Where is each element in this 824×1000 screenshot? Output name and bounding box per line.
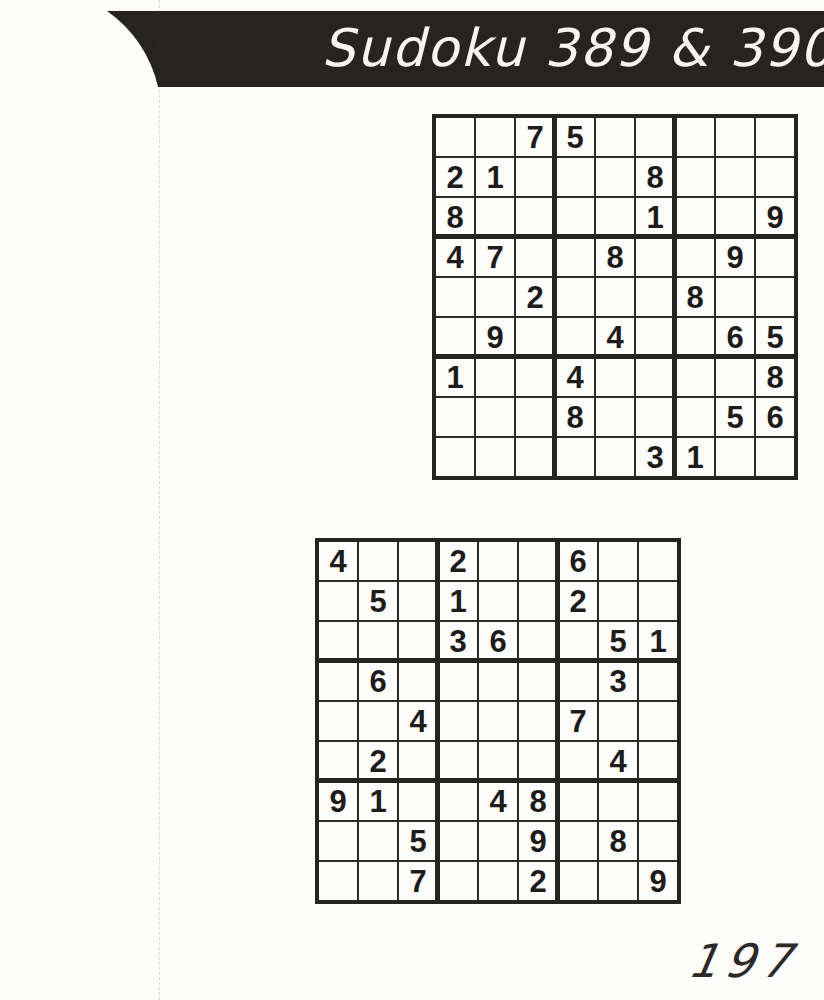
cell-r7c1[interactable]: 9 [319, 782, 357, 820]
cell-r7c2[interactable]: 1 [359, 782, 397, 820]
cell-r5c9[interactable] [639, 702, 677, 740]
cell-r2c8[interactable] [599, 582, 637, 620]
cell-r2c1[interactable]: 2 [436, 158, 474, 196]
cell-r9c2[interactable] [476, 438, 514, 476]
page-number: 197 [684, 934, 802, 988]
cell-r5c8[interactable] [716, 278, 754, 316]
cell-r4c8[interactable]: 3 [599, 662, 637, 700]
cell-r9c6[interactable]: 3 [636, 438, 674, 476]
cell-r3c9[interactable]: 9 [756, 198, 794, 236]
cell-r2c7[interactable]: 2 [559, 582, 597, 620]
cell-r6c8[interactable]: 4 [599, 742, 637, 780]
cell-r6c9[interactable] [639, 742, 677, 780]
header-banner: Sudoku 389 & 390 [0, 0, 824, 100]
cell-r8c6[interactable]: 9 [519, 822, 557, 860]
cell-r9c9[interactable] [756, 438, 794, 476]
cell-r7c5[interactable]: 4 [479, 782, 517, 820]
cell-r7c4[interactable] [439, 782, 477, 820]
cell-r1c6[interactable] [636, 118, 674, 156]
cell-r4c7[interactable] [559, 662, 597, 700]
cell-r5c3[interactable]: 2 [516, 278, 554, 316]
cell-r4c3[interactable] [399, 662, 437, 700]
cell-r4c1[interactable]: 4 [436, 238, 474, 276]
cell-r7c7[interactable] [676, 358, 714, 396]
cell-r7c1[interactable]: 1 [436, 358, 474, 396]
cell-r4c1[interactable] [319, 662, 357, 700]
cell-r9c7[interactable] [559, 862, 597, 900]
cell-r7c6[interactable]: 8 [519, 782, 557, 820]
cell-r7c2[interactable] [476, 358, 514, 396]
cell-r1c5[interactable] [479, 542, 517, 580]
cell-r7c4[interactable]: 4 [556, 358, 594, 396]
cell-r1c7[interactable] [676, 118, 714, 156]
cell-r3c2[interactable] [476, 198, 514, 236]
cell-r8c3[interactable] [516, 398, 554, 436]
cell-r7c6[interactable] [636, 358, 674, 396]
cell-r3c4[interactable]: 3 [439, 622, 477, 660]
cell-r3c5[interactable]: 6 [479, 622, 517, 660]
cell-r2c8[interactable] [716, 158, 754, 196]
cell-r6c4[interactable] [439, 742, 477, 780]
cell-r5c3[interactable]: 4 [399, 702, 437, 740]
cell-r8c8[interactable]: 8 [599, 822, 637, 860]
cell-r7c7[interactable] [559, 782, 597, 820]
cell-r3c2[interactable] [359, 622, 397, 660]
cell-r6c7[interactable] [559, 742, 597, 780]
cell-r2c6[interactable]: 8 [636, 158, 674, 196]
cell-r1c8[interactable] [716, 118, 754, 156]
cell-r4c9[interactable] [639, 662, 677, 700]
cell-r2c6[interactable] [519, 582, 557, 620]
cell-r8c9[interactable]: 6 [756, 398, 794, 436]
cell-r4c3[interactable] [516, 238, 554, 276]
cell-r3c6[interactable]: 1 [636, 198, 674, 236]
cell-r2c5[interactable] [479, 582, 517, 620]
cell-r6c3[interactable] [399, 742, 437, 780]
cell-r3c1[interactable]: 8 [436, 198, 474, 236]
cell-r9c4[interactable] [439, 862, 477, 900]
cell-r4c2[interactable]: 7 [476, 238, 514, 276]
cell-r8c9[interactable] [639, 822, 677, 860]
cell-r1c8[interactable] [599, 542, 637, 580]
cell-r4c7[interactable] [676, 238, 714, 276]
cell-r6c6[interactable] [636, 318, 674, 356]
cell-r2c5[interactable] [596, 158, 634, 196]
cell-r2c9[interactable] [639, 582, 677, 620]
cell-r7c9[interactable]: 8 [756, 358, 794, 396]
cell-r3c1[interactable] [319, 622, 357, 660]
cell-r5c6[interactable] [519, 702, 557, 740]
cell-r8c6[interactable] [636, 398, 674, 436]
cell-r8c7[interactable] [559, 822, 597, 860]
cell-r4c9[interactable] [756, 238, 794, 276]
cell-r3c7[interactable] [676, 198, 714, 236]
cell-r2c3[interactable] [516, 158, 554, 196]
cell-r6c5[interactable] [479, 742, 517, 780]
cell-r1c1[interactable]: 4 [319, 542, 357, 580]
cell-r5c4[interactable] [439, 702, 477, 740]
cell-r1c3[interactable] [399, 542, 437, 580]
cell-r9c4[interactable] [556, 438, 594, 476]
cell-r3c3[interactable] [399, 622, 437, 660]
cell-r1c9[interactable] [639, 542, 677, 580]
cell-r4c4[interactable] [556, 238, 594, 276]
cell-r3c8[interactable]: 5 [599, 622, 637, 660]
cell-r4c2[interactable]: 6 [359, 662, 397, 700]
cell-r5c2[interactable] [476, 278, 514, 316]
cell-r1c2[interactable] [359, 542, 397, 580]
cell-r6c6[interactable] [519, 742, 557, 780]
cell-r3c5[interactable] [596, 198, 634, 236]
cell-r5c9[interactable] [756, 278, 794, 316]
cell-r6c7[interactable] [676, 318, 714, 356]
cell-r9c3[interactable]: 7 [399, 862, 437, 900]
cell-r3c4[interactable] [556, 198, 594, 236]
cell-r1c3[interactable]: 7 [516, 118, 554, 156]
cell-r2c9[interactable] [756, 158, 794, 196]
cell-r5c7[interactable]: 7 [559, 702, 597, 740]
cell-r8c5[interactable] [596, 398, 634, 436]
cell-r1c2[interactable] [476, 118, 514, 156]
cell-r1c4[interactable]: 5 [556, 118, 594, 156]
cell-r2c7[interactable] [676, 158, 714, 196]
cell-r5c6[interactable] [636, 278, 674, 316]
cell-r9c8[interactable] [716, 438, 754, 476]
cell-r5c4[interactable] [556, 278, 594, 316]
sudoku-grid-389: 75218819478928946514885631 [432, 114, 798, 480]
page-fold-line [159, 0, 160, 1000]
cell-r6c3[interactable] [516, 318, 554, 356]
cell-r5c5[interactable] [596, 278, 634, 316]
cell-r8c1[interactable] [436, 398, 474, 436]
cell-r6c1[interactable] [436, 318, 474, 356]
cell-r2c4[interactable]: 1 [439, 582, 477, 620]
cell-r3c9[interactable]: 1 [639, 622, 677, 660]
cell-r9c1[interactable] [319, 862, 357, 900]
cell-r7c8[interactable] [716, 358, 754, 396]
cell-r8c8[interactable]: 5 [716, 398, 754, 436]
cell-r3c7[interactable] [559, 622, 597, 660]
cell-r8c4[interactable] [439, 822, 477, 860]
cell-r1c1[interactable] [436, 118, 474, 156]
cell-r1c6[interactable] [519, 542, 557, 580]
cell-r1c9[interactable] [756, 118, 794, 156]
cell-r5c5[interactable] [479, 702, 517, 740]
cell-r4c4[interactable] [439, 662, 477, 700]
cell-r8c3[interactable]: 5 [399, 822, 437, 860]
cell-r5c1[interactable] [436, 278, 474, 316]
cell-r3c3[interactable] [516, 198, 554, 236]
cell-r9c2[interactable] [359, 862, 397, 900]
cell-r2c4[interactable] [556, 158, 594, 196]
cell-r9c5[interactable] [479, 862, 517, 900]
cell-r2c2[interactable]: 5 [359, 582, 397, 620]
cell-r8c4[interactable]: 8 [556, 398, 594, 436]
cell-r8c2[interactable] [359, 822, 397, 860]
cell-r4c8[interactable]: 9 [716, 238, 754, 276]
cell-r5c8[interactable] [599, 702, 637, 740]
cell-r6c5[interactable]: 4 [596, 318, 634, 356]
cell-r4c6[interactable] [636, 238, 674, 276]
cell-r6c2[interactable]: 9 [476, 318, 514, 356]
cell-r7c9[interactable] [639, 782, 677, 820]
cell-r4c5[interactable] [479, 662, 517, 700]
cell-r5c7[interactable]: 8 [676, 278, 714, 316]
page-title: Sudoku 389 & 390 [322, 18, 824, 78]
cell-r6c8[interactable]: 6 [716, 318, 754, 356]
cell-r7c5[interactable] [596, 358, 634, 396]
cell-r9c8[interactable] [599, 862, 637, 900]
cell-r2c2[interactable]: 1 [476, 158, 514, 196]
cell-r7c3[interactable] [516, 358, 554, 396]
cell-r6c9[interactable]: 5 [756, 318, 794, 356]
cell-r4c5[interactable]: 8 [596, 238, 634, 276]
cell-r5c1[interactable] [319, 702, 357, 740]
cell-r6c2[interactable]: 2 [359, 742, 397, 780]
book-page: Sudoku 389 & 390 75218819478928946514885… [0, 0, 824, 1000]
cell-r9c5[interactable] [596, 438, 634, 476]
cell-r8c5[interactable] [479, 822, 517, 860]
cell-r9c9[interactable]: 9 [639, 862, 677, 900]
cell-r7c8[interactable] [599, 782, 637, 820]
sudoku-grid-390: 42651236516347249148598729 [315, 538, 681, 904]
cell-r1c4[interactable]: 2 [439, 542, 477, 580]
cell-r3c6[interactable] [519, 622, 557, 660]
cell-r1c5[interactable] [596, 118, 634, 156]
cell-r9c3[interactable] [516, 438, 554, 476]
cell-r7c3[interactable] [399, 782, 437, 820]
cell-r3c8[interactable] [716, 198, 754, 236]
cell-r8c1[interactable] [319, 822, 357, 860]
cell-r1c7[interactable]: 6 [559, 542, 597, 580]
cell-r8c7[interactable] [676, 398, 714, 436]
cell-r2c1[interactable] [319, 582, 357, 620]
cell-r9c7[interactable]: 1 [676, 438, 714, 476]
cell-r8c2[interactable] [476, 398, 514, 436]
cell-r6c1[interactable] [319, 742, 357, 780]
cell-r4c6[interactable] [519, 662, 557, 700]
cell-r5c2[interactable] [359, 702, 397, 740]
cell-r2c3[interactable] [399, 582, 437, 620]
cell-r9c1[interactable] [436, 438, 474, 476]
cell-r6c4[interactable] [556, 318, 594, 356]
cell-r9c6[interactable]: 2 [519, 862, 557, 900]
